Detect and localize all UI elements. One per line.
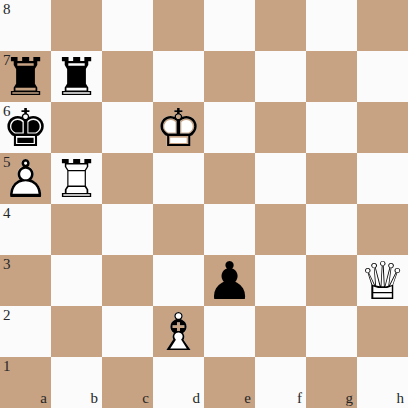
square-d7[interactable] [153, 51, 204, 102]
file-label-a: a [40, 391, 47, 406]
square-g2[interactable] [306, 306, 357, 357]
piece-outline-glyph: ♖ [51, 153, 102, 204]
rank-label-2: 2 [3, 308, 11, 323]
square-h1[interactable]: h [357, 357, 408, 408]
rank-label-4: 4 [3, 206, 11, 221]
piece-black-king[interactable]: ♚ [0, 102, 51, 153]
square-b6[interactable] [51, 102, 102, 153]
square-h2[interactable] [357, 306, 408, 357]
square-f1[interactable]: f [255, 357, 306, 408]
square-e8[interactable] [204, 0, 255, 51]
square-e5[interactable] [204, 153, 255, 204]
square-a3[interactable]: 3 [0, 255, 51, 306]
square-d5[interactable] [153, 153, 204, 204]
rank-label-8: 8 [3, 2, 11, 17]
piece-white-bishop[interactable]: ♝♗ [153, 306, 204, 357]
square-b2[interactable] [51, 306, 102, 357]
square-b4[interactable] [51, 204, 102, 255]
square-a6[interactable]: 6♚ [0, 102, 51, 153]
square-g6[interactable] [306, 102, 357, 153]
square-c8[interactable] [102, 0, 153, 51]
square-d8[interactable] [153, 0, 204, 51]
square-f8[interactable] [255, 0, 306, 51]
square-h5[interactable] [357, 153, 408, 204]
piece-black-rook[interactable]: ♜ [51, 51, 102, 102]
square-b1[interactable]: b [51, 357, 102, 408]
square-c7[interactable] [102, 51, 153, 102]
square-c3[interactable] [102, 255, 153, 306]
square-h6[interactable] [357, 102, 408, 153]
square-d6[interactable]: ♚♔ [153, 102, 204, 153]
square-b3[interactable] [51, 255, 102, 306]
square-h8[interactable] [357, 0, 408, 51]
square-a1[interactable]: 1a [0, 357, 51, 408]
piece-outline-glyph: ♔ [153, 102, 204, 153]
square-h4[interactable] [357, 204, 408, 255]
piece-black-pawn[interactable]: ♟ [204, 255, 255, 306]
square-f7[interactable] [255, 51, 306, 102]
square-c1[interactable]: c [102, 357, 153, 408]
square-c2[interactable] [102, 306, 153, 357]
square-a4[interactable]: 4 [0, 204, 51, 255]
file-label-d: d [193, 391, 201, 406]
square-e4[interactable] [204, 204, 255, 255]
square-a7[interactable]: 7♜ [0, 51, 51, 102]
piece-white-pawn[interactable]: ♟♙ [0, 153, 51, 204]
square-f2[interactable] [255, 306, 306, 357]
square-a5[interactable]: 5♟♙ [0, 153, 51, 204]
chess-board: 87♜♜6♚♚♔5♟♙♜♖43♟♛♕2♝♗1abcdefgh [0, 0, 408, 408]
piece-white-queen[interactable]: ♛♕ [357, 255, 408, 306]
square-e1[interactable]: e [204, 357, 255, 408]
square-e6[interactable] [204, 102, 255, 153]
square-h3[interactable]: ♛♕ [357, 255, 408, 306]
rank-label-3: 3 [3, 257, 11, 272]
square-d1[interactable]: d [153, 357, 204, 408]
piece-white-king[interactable]: ♚♔ [153, 102, 204, 153]
chess-board-container: 87♜♜6♚♚♔5♟♙♜♖43♟♛♕2♝♗1abcdefgh [0, 0, 408, 408]
square-d4[interactable] [153, 204, 204, 255]
piece-outline-glyph: ♙ [0, 153, 51, 204]
piece-outline-glyph: ♕ [357, 255, 408, 306]
square-c6[interactable] [102, 102, 153, 153]
square-h7[interactable] [357, 51, 408, 102]
file-label-g: g [346, 391, 354, 406]
piece-outline-glyph: ♗ [153, 306, 204, 357]
square-b5[interactable]: ♜♖ [51, 153, 102, 204]
piece-black-rook[interactable]: ♜ [0, 51, 51, 102]
square-g5[interactable] [306, 153, 357, 204]
square-c4[interactable] [102, 204, 153, 255]
piece-white-rook[interactable]: ♜♖ [51, 153, 102, 204]
square-g3[interactable] [306, 255, 357, 306]
square-e2[interactable] [204, 306, 255, 357]
square-g1[interactable]: g [306, 357, 357, 408]
file-label-f: f [297, 391, 302, 406]
square-g8[interactable] [306, 0, 357, 51]
rank-label-1: 1 [3, 359, 11, 374]
square-g4[interactable] [306, 204, 357, 255]
square-f3[interactable] [255, 255, 306, 306]
square-d2[interactable]: ♝♗ [153, 306, 204, 357]
square-a2[interactable]: 2 [0, 306, 51, 357]
square-c5[interactable] [102, 153, 153, 204]
square-f5[interactable] [255, 153, 306, 204]
file-label-e: e [244, 391, 251, 406]
square-d3[interactable] [153, 255, 204, 306]
square-f4[interactable] [255, 204, 306, 255]
file-label-h: h [397, 391, 405, 406]
file-label-b: b [91, 391, 99, 406]
square-e7[interactable] [204, 51, 255, 102]
square-g7[interactable] [306, 51, 357, 102]
square-b7[interactable]: ♜ [51, 51, 102, 102]
file-label-c: c [142, 391, 149, 406]
square-e3[interactable]: ♟ [204, 255, 255, 306]
square-a8[interactable]: 8 [0, 0, 51, 51]
square-b8[interactable] [51, 0, 102, 51]
square-f6[interactable] [255, 102, 306, 153]
